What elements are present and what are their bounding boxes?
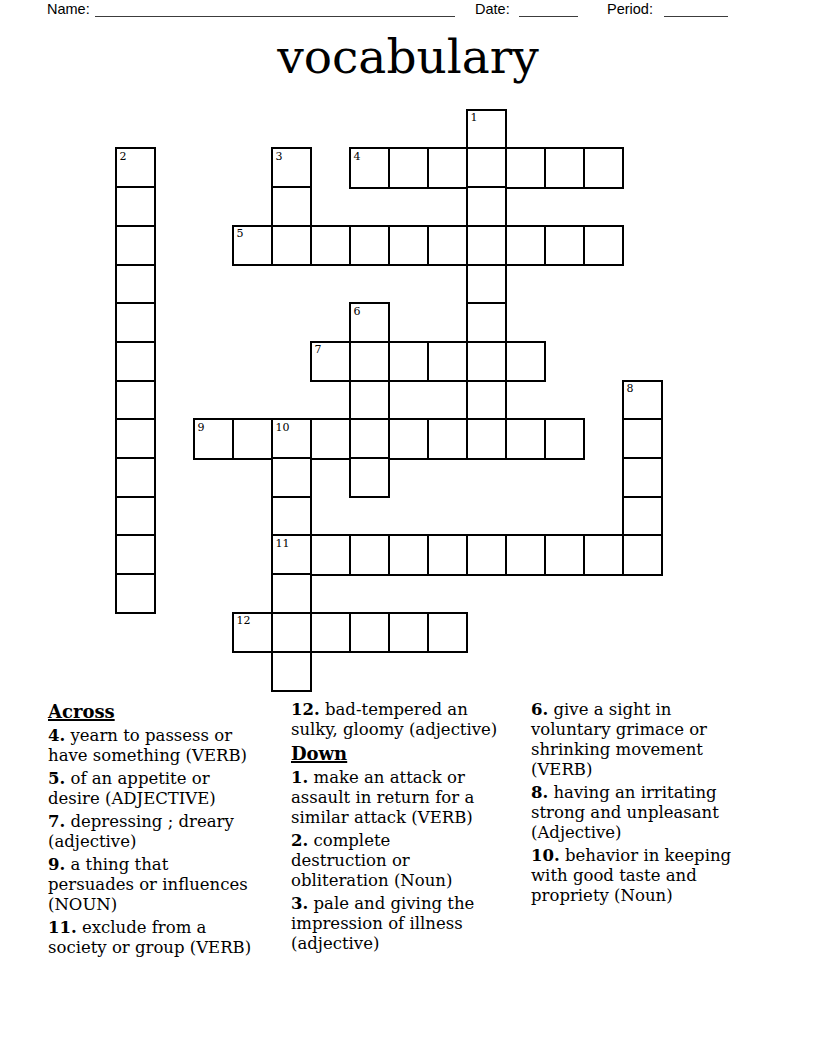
grid-cell [271,457,313,498]
grid-cell [427,147,469,188]
grid-cell [115,418,157,459]
clue-text: exclude from a society or group (VERB) [48,918,251,957]
worksheet-page: { "game": "crossword", "title": "vocabul… [0,0,816,1056]
crossword-grid: 123456789101112 [116,110,662,691]
clue-number: 2. [291,831,308,850]
grid-cell [427,225,469,266]
cell-number: 9 [198,422,205,433]
grid-cell [271,573,313,614]
grid-cell [115,573,157,614]
period-blank-line [664,16,728,17]
cell-number: 10 [276,422,290,433]
grid-cell [310,418,352,459]
clue-across-12: 12. bad-tempered an sulky, gloomy (adjec… [291,700,526,740]
clue-number: 10. [531,846,560,865]
period-label: Period: [607,1,653,17]
grid-cell [310,534,352,575]
grid-cell [466,341,508,382]
clue-text: make an attack or assault in return for … [291,768,474,827]
clue-across-7: 7. depressing ; dreary (adjective) [48,812,283,852]
cell-number: 3 [276,151,283,162]
clue-text: a thing that persuades or influences (NO… [48,855,248,914]
grid-cell [115,225,157,266]
clue-number: 12. [291,700,320,719]
grid-cell [466,147,508,188]
clue-number: 8. [531,783,548,802]
grid-cell [622,457,664,498]
grid-cell [349,341,391,382]
grid-cell [115,341,157,382]
grid-cell [310,612,352,653]
grid-cell [544,534,586,575]
grid-cell [349,225,391,266]
grid-cell [310,225,352,266]
clue-text: yearn to passess or have something (VERB… [48,726,247,765]
grid-cell [271,496,313,537]
grid-cell [271,225,313,266]
clue-down-8: 8. having an irritating strong and unple… [531,783,786,843]
date-label: Date: [475,1,510,17]
grid-cell [115,496,157,537]
grid-cell [583,534,625,575]
clue-number: 11. [48,918,77,937]
grid-cell [427,341,469,382]
clue-down-3: 3. pale and giving the impression of ill… [291,894,526,954]
grid-cell [622,534,664,575]
clue-text: of an appetite or desire (ADJECTIVE) [48,769,216,808]
clue-down-6: 6. give a sight in voluntary grimace or … [531,700,786,780]
grid-cell [388,225,430,266]
clue-column-3: 6. give a sight in voluntary grimace or … [531,700,786,909]
clue-text: pale and giving the impression of illnes… [291,894,474,953]
cell-number: 4 [354,151,361,162]
cell-number: 2 [120,151,127,162]
grid-cell [349,612,391,653]
grid-cell [544,147,586,188]
clue-text: depressing ; dreary (adjective) [48,812,234,851]
grid-cell [544,418,586,459]
grid-cell [544,225,586,266]
clue-text: having an irritating strong and unpleasa… [531,783,719,842]
grid-cell [115,457,157,498]
grid-cell [271,612,313,653]
clue-number: 9. [48,855,65,874]
grid-cell [115,380,157,421]
grid-cell [466,186,508,227]
clue-number: 4. [48,726,65,745]
grid-cell [427,612,469,653]
grid-cell [388,147,430,188]
clue-number: 5. [48,769,65,788]
grid-cell [349,534,391,575]
grid-cell [505,534,547,575]
cell-number: 11 [276,538,290,549]
grid-cell [271,651,313,692]
puzzle-title: vocabulary [0,30,816,84]
grid-cell [505,418,547,459]
clue-number: 3. [291,894,308,913]
grid-cell [622,496,664,537]
grid-cell [349,457,391,498]
grid-cell [388,612,430,653]
grid-cell [388,418,430,459]
clue-text: bad-tempered an sulky, gloomy (adjective… [291,700,497,739]
grid-cell [466,380,508,421]
clue-down-1: 1. make an attack or assault in return f… [291,768,526,828]
across-heading: Across [48,701,283,722]
grid-cell [115,534,157,575]
grid-cell [115,264,157,305]
clue-across-5: 5. of an appetite or desire (ADJECTIVE) [48,769,283,809]
clue-column-1: Across4. yearn to passess or have someth… [48,700,283,961]
grid-cell [583,225,625,266]
grid-cell [115,302,157,343]
cell-number: 8 [627,383,634,394]
clue-across-9: 9. a thing that persuades or influences … [48,855,283,915]
clue-column-2: 12. bad-tempered an sulky, gloomy (adjec… [291,700,526,957]
cell-number: 6 [354,306,361,317]
clue-number: 7. [48,812,65,831]
clue-text: complete destruction or obliteration (No… [291,831,452,890]
cell-number: 12 [237,615,251,626]
grid-cell [622,418,664,459]
grid-cell [232,418,274,459]
grid-cell [466,418,508,459]
clue-down-2: 2. complete destruction or obliteration … [291,831,526,891]
grid-cell [466,302,508,343]
cell-number: 5 [237,228,244,239]
grid-cell [505,225,547,266]
cell-number: 1 [471,112,478,123]
grid-cell [466,225,508,266]
grid-cell [583,147,625,188]
clue-number: 1. [291,768,308,787]
grid-cell [388,341,430,382]
date-blank-line [519,16,578,17]
grid-cell [388,534,430,575]
grid-cell [427,534,469,575]
cell-number: 7 [315,344,322,355]
grid-cell [349,418,391,459]
clue-text: behavior in keeping with good taste and … [531,846,731,905]
clue-number: 6. [531,700,548,719]
grid-cell [466,264,508,305]
name-label: Name: [47,1,90,17]
name-blank-line [95,16,455,17]
grid-cell [115,186,157,227]
clue-text: give a sight in voluntary grimace or shr… [531,700,707,779]
grid-cell [505,147,547,188]
grid-cell [349,380,391,421]
grid-cell [466,534,508,575]
grid-cell [427,418,469,459]
grid-cell [505,341,547,382]
grid-cell [271,186,313,227]
down-heading: Down [291,743,526,764]
clue-down-10: 10. behavior in keeping with good taste … [531,846,786,906]
clue-across-4: 4. yearn to passess or have something (V… [48,726,283,766]
clue-across-11: 11. exclude from a society or group (VER… [48,918,283,958]
